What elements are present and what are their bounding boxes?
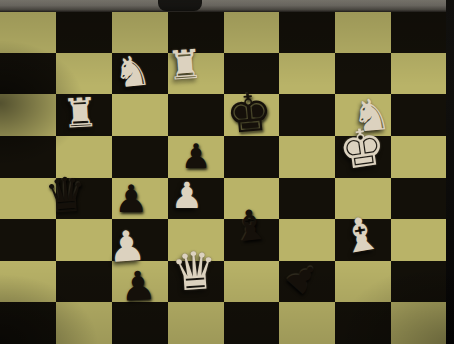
square-a3[interactable] (0, 219, 56, 261)
square-e2[interactable] (224, 261, 280, 303)
square-e1[interactable] (224, 302, 280, 344)
square-a7[interactable] (0, 53, 56, 95)
square-c6[interactable] (112, 94, 168, 136)
square-f1[interactable] (279, 302, 335, 344)
square-h4[interactable] (391, 178, 447, 220)
square-h2[interactable] (391, 261, 447, 303)
square-a8[interactable] (0, 11, 56, 53)
frame-shadow (158, 0, 202, 11)
square-h6[interactable] (391, 94, 447, 136)
white-knight-c7[interactable]: ♞ (111, 49, 153, 95)
square-h5[interactable] (391, 136, 447, 178)
square-g8[interactable] (335, 11, 391, 53)
square-h7[interactable] (391, 53, 447, 95)
black-pawn-d5[interactable]: ♟ (181, 139, 211, 173)
square-f8[interactable] (279, 11, 335, 53)
white-rook-d7[interactable]: ♜ (166, 44, 205, 86)
square-h1[interactable] (391, 302, 447, 344)
square-h3[interactable] (391, 219, 447, 261)
black-bishop-e4[interactable]: ♝ (229, 203, 271, 249)
black-queen-b4[interactable]: ♛ (43, 169, 89, 220)
square-b7[interactable] (56, 53, 112, 95)
square-f6[interactable] (279, 94, 335, 136)
white-queen-d2[interactable]: ♛ (169, 244, 219, 299)
square-b8[interactable] (56, 11, 112, 53)
square-b1[interactable] (56, 302, 112, 344)
white-pawn-d4[interactable]: ♟ (171, 178, 203, 214)
square-f4[interactable] (279, 178, 335, 220)
black-pawn-c2[interactable]: ♟ (119, 265, 157, 307)
square-c5[interactable] (112, 136, 168, 178)
table-edge (0, 0, 454, 12)
square-b3[interactable] (56, 219, 112, 261)
white-king-g5[interactable]: ♚ (335, 119, 388, 177)
square-h8[interactable] (391, 11, 447, 53)
square-f5[interactable] (279, 136, 335, 178)
square-d1[interactable] (168, 302, 224, 344)
square-a2[interactable] (0, 261, 56, 303)
black-king-e6[interactable]: ♚ (224, 85, 275, 141)
square-a1[interactable] (0, 302, 56, 344)
square-a6[interactable] (0, 94, 56, 136)
square-f7[interactable] (279, 53, 335, 95)
square-d6[interactable] (168, 94, 224, 136)
black-pawn-c4[interactable]: ♟ (114, 180, 148, 218)
square-g2[interactable] (335, 261, 391, 303)
board-right-edge (446, 0, 454, 344)
square-b2[interactable] (56, 261, 112, 303)
white-rook-b6[interactable]: ♜ (61, 92, 99, 134)
chessboard-photo: ♞♜♜♞♚♟♟♝♛♚♛♟♟♝♟♟ (0, 0, 454, 344)
square-g1[interactable] (335, 302, 391, 344)
square-e8[interactable] (224, 11, 280, 53)
white-bishop-g3[interactable]: ♝ (336, 209, 385, 261)
